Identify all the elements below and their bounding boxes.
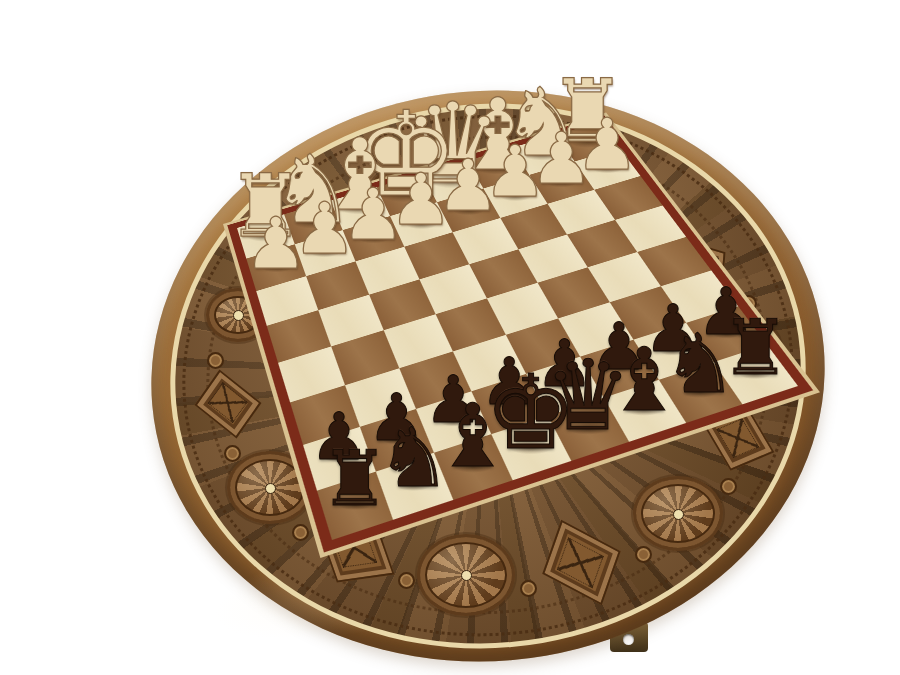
diamond-x-carving — [208, 382, 248, 423]
diamond-ornament — [195, 369, 262, 438]
chess-scene: ♜♞♝♟♛♟♚♟♝♟♞♟♜♟♟♟♟♟♟♜♟♞♟♝♟♛♟♚♟♝♞♜ — [0, 0, 900, 675]
black-rook-h8[interactable]: ♜ — [316, 441, 392, 517]
rosette-ornament — [227, 451, 313, 524]
bone-inlay-dot — [673, 509, 684, 520]
carved-dot-ornament — [398, 572, 415, 589]
carved-dot-ornament — [224, 445, 241, 462]
rosette-ornament — [633, 476, 723, 551]
carved-dot-ornament — [207, 352, 224, 369]
carved-dot-ornament — [520, 580, 537, 597]
diamond-x-carving — [557, 537, 604, 588]
white-pawn-h2[interactable]: ♟ — [240, 208, 311, 279]
carved-dot-ornament — [292, 524, 309, 541]
rosette-ornament — [417, 534, 515, 616]
diamond-x-carving — [716, 418, 759, 458]
carved-dot-ornament — [720, 478, 737, 495]
diamond-ornament — [542, 520, 620, 605]
carved-dot-ornament — [635, 546, 652, 563]
bone-inlay-dot — [461, 570, 472, 581]
bone-inlay-dot — [265, 483, 276, 494]
bone-inlay-dot — [233, 310, 244, 321]
